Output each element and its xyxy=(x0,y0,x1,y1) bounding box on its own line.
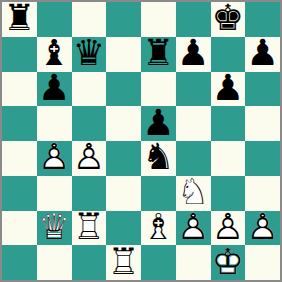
chess-board: ♜♚♝♛♜♟♟♟♟♟♟♙♟♙♞♞♘♛♕♜♖♝♗♟♙♟♙♟♙♜♖♚♔ xyxy=(0,0,282,282)
square-h7[interactable]: ♟ xyxy=(245,37,280,72)
square-f5[interactable] xyxy=(176,106,211,141)
white-pawn-piece[interactable]: ♟♙ xyxy=(37,141,72,176)
square-a1[interactable] xyxy=(2,245,37,280)
square-d5[interactable] xyxy=(106,106,141,141)
white-pawn-piece[interactable]: ♟♙ xyxy=(72,141,107,176)
white-rook-piece[interactable]: ♜♖ xyxy=(106,245,141,280)
square-d6[interactable] xyxy=(106,72,141,107)
white-piece-outline: ♙ xyxy=(38,139,70,175)
black-piece-glyph: ♚ xyxy=(212,0,244,36)
black-pawn-piece[interactable]: ♟ xyxy=(211,72,246,107)
square-d8[interactable] xyxy=(106,2,141,37)
square-f2[interactable]: ♟♙ xyxy=(176,211,211,246)
white-piece-outline: ♔ xyxy=(212,243,244,279)
white-piece-outline: ♖ xyxy=(107,243,139,279)
black-piece-glyph: ♟ xyxy=(246,35,278,71)
square-c6[interactable] xyxy=(72,72,107,107)
square-a5[interactable] xyxy=(2,106,37,141)
square-e1[interactable] xyxy=(141,245,176,280)
square-e7[interactable]: ♜ xyxy=(141,37,176,72)
black-rook-piece[interactable]: ♜ xyxy=(141,37,176,72)
white-piece-outline: ♙ xyxy=(73,139,105,175)
white-piece-outline: ♙ xyxy=(177,208,209,244)
white-piece-outline: ♕ xyxy=(38,208,70,244)
black-piece-glyph: ♟ xyxy=(38,69,70,105)
square-b2[interactable]: ♛♕ xyxy=(37,211,72,246)
black-piece-glyph: ♝ xyxy=(38,35,70,71)
square-a8[interactable]: ♜ xyxy=(2,2,37,37)
white-pawn-piece[interactable]: ♟♙ xyxy=(245,211,280,246)
square-d4[interactable] xyxy=(106,141,141,176)
square-b1[interactable] xyxy=(37,245,72,280)
square-d7[interactable] xyxy=(106,37,141,72)
square-a2[interactable] xyxy=(2,211,37,246)
white-pawn-piece[interactable]: ♟♙ xyxy=(176,211,211,246)
square-b6[interactable]: ♟ xyxy=(37,72,72,107)
square-h2[interactable]: ♟♙ xyxy=(245,211,280,246)
square-c4[interactable]: ♟♙ xyxy=(72,141,107,176)
black-piece-glyph: ♞ xyxy=(142,139,174,175)
square-g8[interactable]: ♚ xyxy=(211,2,246,37)
white-queen-piece[interactable]: ♛♕ xyxy=(37,211,72,246)
black-pawn-piece[interactable]: ♟ xyxy=(37,72,72,107)
square-e4[interactable]: ♞ xyxy=(141,141,176,176)
white-piece-outline: ♙ xyxy=(246,208,278,244)
square-c7[interactable]: ♛ xyxy=(72,37,107,72)
square-g6[interactable]: ♟ xyxy=(211,72,246,107)
black-piece-glyph: ♟ xyxy=(212,69,244,105)
white-bishop-piece[interactable]: ♝♗ xyxy=(141,211,176,246)
square-g1[interactable]: ♚♔ xyxy=(211,245,246,280)
square-a6[interactable] xyxy=(2,72,37,107)
white-king-piece[interactable]: ♚♔ xyxy=(211,245,246,280)
square-g4[interactable] xyxy=(211,141,246,176)
square-a7[interactable] xyxy=(2,37,37,72)
square-h5[interactable] xyxy=(245,106,280,141)
black-king-piece[interactable]: ♚ xyxy=(211,2,246,37)
square-f7[interactable]: ♟ xyxy=(176,37,211,72)
square-d3[interactable] xyxy=(106,176,141,211)
white-piece-outline: ♖ xyxy=(73,208,105,244)
black-piece-glyph: ♟ xyxy=(142,104,174,140)
square-h1[interactable] xyxy=(245,245,280,280)
black-queen-piece[interactable]: ♛ xyxy=(72,37,107,72)
square-e2[interactable]: ♝♗ xyxy=(141,211,176,246)
square-a4[interactable] xyxy=(2,141,37,176)
square-c1[interactable] xyxy=(72,245,107,280)
white-rook-piece[interactable]: ♜♖ xyxy=(72,211,107,246)
black-pawn-piece[interactable]: ♟ xyxy=(245,37,280,72)
black-rook-piece[interactable]: ♜ xyxy=(2,2,37,37)
black-piece-glyph: ♟ xyxy=(177,35,209,71)
square-b4[interactable]: ♟♙ xyxy=(37,141,72,176)
white-piece-outline: ♘ xyxy=(177,174,209,210)
square-g5[interactable] xyxy=(211,106,246,141)
square-f1[interactable] xyxy=(176,245,211,280)
black-pawn-piece[interactable]: ♟ xyxy=(176,37,211,72)
black-piece-glyph: ♜ xyxy=(142,35,174,71)
white-piece-outline: ♙ xyxy=(212,208,244,244)
square-f6[interactable] xyxy=(176,72,211,107)
square-h4[interactable] xyxy=(245,141,280,176)
black-piece-glyph: ♜ xyxy=(3,0,35,36)
black-piece-glyph: ♛ xyxy=(73,35,105,71)
square-c2[interactable]: ♜♖ xyxy=(72,211,107,246)
white-piece-outline: ♗ xyxy=(142,208,174,244)
square-a3[interactable] xyxy=(2,176,37,211)
black-knight-piece[interactable]: ♞ xyxy=(141,141,176,176)
square-d1[interactable]: ♜♖ xyxy=(106,245,141,280)
square-h6[interactable] xyxy=(245,72,280,107)
